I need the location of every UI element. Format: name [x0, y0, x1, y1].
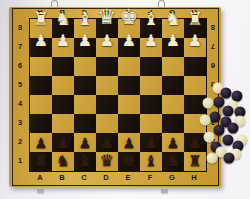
square-e5[interactable]: [118, 76, 140, 95]
square-b1[interactable]: ♞: [52, 152, 74, 171]
square-e4[interactable]: [118, 95, 140, 114]
square-e2[interactable]: ♟: [118, 133, 140, 152]
square-e7[interactable]: ♟: [118, 38, 140, 57]
square-d5[interactable]: [96, 76, 118, 95]
coordinate-label: 1: [13, 151, 27, 170]
square-h5[interactable]: [184, 76, 206, 95]
checker-dark-22[interactable]: [224, 153, 235, 164]
square-d1[interactable]: ♛: [96, 152, 118, 171]
piece-white-knight-b8[interactable]: ♞: [52, 10, 74, 28]
square-c2[interactable]: ♟: [74, 133, 96, 152]
square-g4[interactable]: [162, 95, 184, 114]
square-g5[interactable]: [162, 76, 184, 95]
square-a5[interactable]: [30, 76, 52, 95]
square-b7[interactable]: ♟: [52, 38, 74, 57]
piece-white-pawn-b7[interactable]: ♟: [52, 33, 74, 49]
piece-black-rook-h1[interactable]: ♜: [184, 154, 206, 169]
square-b3[interactable]: [52, 114, 74, 133]
square-a7[interactable]: ♟: [30, 38, 52, 57]
coordinate-label: 3: [13, 113, 27, 132]
checker-dark-14[interactable]: [214, 125, 225, 136]
piece-white-pawn-d7[interactable]: ♟: [96, 33, 118, 49]
square-a6[interactable]: [30, 57, 52, 76]
square-e6[interactable]: [118, 57, 140, 76]
checker-light-5[interactable]: [203, 98, 214, 109]
piece-white-knight-g8[interactable]: ♞: [162, 10, 184, 28]
checker-dark-7[interactable]: [223, 106, 234, 117]
coordinate-label: 5: [13, 75, 27, 94]
coordinate-label: 2: [13, 132, 27, 151]
checker-light-15[interactable]: [204, 132, 215, 143]
square-c3[interactable]: [74, 114, 96, 133]
square-g6[interactable]: [162, 57, 184, 76]
square-f4[interactable]: [140, 95, 162, 114]
box-hinge-icon: [37, 189, 44, 193]
piece-white-queen-d8[interactable]: ♛: [96, 7, 118, 28]
square-g1[interactable]: ♞: [162, 152, 184, 171]
square-d3[interactable]: [96, 114, 118, 133]
square-d6[interactable]: [96, 57, 118, 76]
coordinate-label: B: [51, 172, 73, 184]
piece-black-pawn-a2[interactable]: ♟: [30, 136, 52, 150]
square-b5[interactable]: [52, 76, 74, 95]
piece-white-rook-a8[interactable]: ♜: [30, 10, 52, 28]
piece-black-queen-d1[interactable]: ♛: [96, 153, 118, 169]
piece-white-bishop-f8[interactable]: ♝: [140, 10, 162, 28]
piece-white-bishop-c8[interactable]: ♝: [74, 10, 96, 28]
square-c6[interactable]: [74, 57, 96, 76]
square-b2[interactable]: ♟: [52, 133, 74, 152]
piece-black-knight-b1[interactable]: ♞: [52, 154, 74, 169]
piece-black-pawn-d2[interactable]: ♟: [96, 136, 118, 150]
square-c1[interactable]: ♝: [74, 152, 96, 171]
piece-black-rook-a1[interactable]: ♜: [30, 154, 52, 169]
coordinate-label: 7: [13, 37, 27, 56]
square-g3[interactable]: [162, 114, 184, 133]
piece-black-pawn-c2[interactable]: ♟: [74, 136, 96, 150]
piece-white-pawn-h7[interactable]: ♟: [184, 33, 206, 49]
coordinate-label: 7: [207, 37, 219, 56]
square-f7[interactable]: ♟: [140, 38, 162, 57]
square-f3[interactable]: [140, 114, 162, 133]
file-labels-bottom: ABCDEFGH: [29, 172, 205, 184]
coordinate-label: 4: [13, 94, 27, 113]
piece-black-bishop-c1[interactable]: ♝: [74, 154, 96, 169]
coordinate-label: 8: [13, 18, 27, 37]
square-g2[interactable]: ♟: [162, 133, 184, 152]
square-d4[interactable]: [96, 95, 118, 114]
rank-labels-left: 87654321: [13, 18, 27, 170]
square-e3[interactable]: [118, 114, 140, 133]
coordinate-label: F: [139, 172, 161, 184]
square-h6[interactable]: [184, 57, 206, 76]
coordinate-label: D: [95, 172, 117, 184]
square-a2[interactable]: ♟: [30, 133, 52, 152]
square-d2[interactable]: ♟: [96, 133, 118, 152]
coordinate-label: 6: [13, 56, 27, 75]
square-f5[interactable]: [140, 76, 162, 95]
coordinate-label: A: [29, 172, 51, 184]
square-b6[interactable]: [52, 57, 74, 76]
coordinate-label: 8: [207, 18, 219, 37]
square-f1[interactable]: ♝: [140, 152, 162, 171]
board-grid: ♜♞♝♛♚♝♞♜♟♟♟♟♟♟♟♟♟♟♟♟♟♟♟♟♜♞♝♛♚♝♞♜: [29, 18, 207, 172]
piece-white-rook-h8[interactable]: ♜: [184, 10, 206, 28]
piece-black-king-e1[interactable]: ♚: [118, 153, 140, 169]
box-hinge-icon: [161, 189, 168, 193]
piece-black-pawn-f2[interactable]: ♟: [140, 136, 162, 150]
square-g7[interactable]: ♟: [162, 38, 184, 57]
piece-black-pawn-g2[interactable]: ♟: [162, 136, 184, 150]
piece-white-pawn-f7[interactable]: ♟: [140, 33, 162, 49]
checker-light-23[interactable]: [207, 153, 218, 164]
photo-stage: ABCDEFGH ABCDEFGH 87654321 87654321 ♜♞♝♛…: [0, 0, 250, 199]
checker-dark-9[interactable]: [210, 112, 221, 123]
box-clasp-icon: [51, 0, 58, 7]
piece-white-pawn-c7[interactable]: ♟: [74, 33, 96, 49]
piece-black-knight-g1[interactable]: ♞: [162, 154, 184, 169]
piece-black-bishop-f1[interactable]: ♝: [140, 154, 162, 169]
coordinate-label: 6: [207, 56, 219, 75]
square-a3[interactable]: [30, 114, 52, 133]
square-c4[interactable]: [74, 95, 96, 114]
coordinate-label: E: [117, 172, 139, 184]
piece-white-pawn-a7[interactable]: ♟: [30, 33, 52, 49]
square-a1[interactable]: ♜: [30, 152, 52, 171]
box-clasp-icon: [158, 0, 165, 7]
square-f6[interactable]: [140, 57, 162, 76]
coordinate-label: C: [73, 172, 95, 184]
square-b4[interactable]: [52, 95, 74, 114]
piece-black-pawn-b2[interactable]: ♟: [52, 136, 74, 150]
square-e1[interactable]: ♚: [118, 152, 140, 171]
square-a4[interactable]: [30, 95, 52, 114]
square-h1[interactable]: ♜: [184, 152, 206, 171]
square-h7[interactable]: ♟: [184, 38, 206, 57]
checker-dark-13[interactable]: [228, 123, 239, 134]
piece-white-king-e8[interactable]: ♚: [118, 7, 140, 28]
coordinate-label: H: [183, 172, 205, 184]
checker-dark-4[interactable]: [214, 97, 225, 108]
piece-white-pawn-e7[interactable]: ♟: [118, 33, 140, 49]
chess-board: ABCDEFGH ABCDEFGH 87654321 87654321 ♜♞♝♛…: [9, 7, 221, 187]
piece-white-pawn-g7[interactable]: ♟: [162, 33, 184, 49]
square-c7[interactable]: ♟: [74, 38, 96, 57]
coordinate-label: G: [161, 172, 183, 184]
square-f2[interactable]: ♟: [140, 133, 162, 152]
square-c5[interactable]: [74, 76, 96, 95]
piece-black-pawn-e2[interactable]: ♟: [118, 136, 140, 150]
checker-light-10[interactable]: [200, 115, 211, 126]
square-d7[interactable]: ♟: [96, 38, 118, 57]
